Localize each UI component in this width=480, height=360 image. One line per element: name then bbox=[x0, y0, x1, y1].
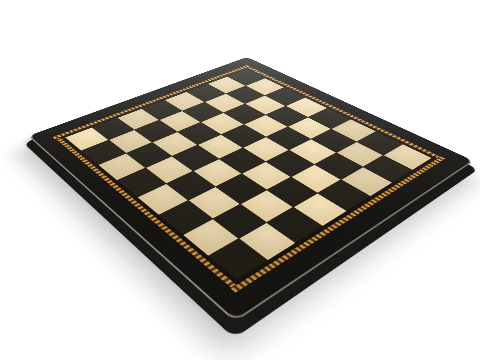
photo-background bbox=[0, 0, 480, 360]
playing-area bbox=[64, 69, 433, 280]
chess-board bbox=[28, 57, 474, 322]
